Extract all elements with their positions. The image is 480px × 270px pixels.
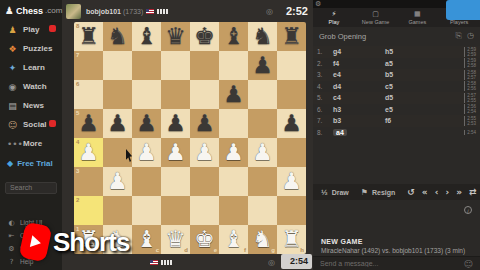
opening-name[interactable]: Grob Opening: [319, 32, 366, 41]
square-h1[interactable]: h♜: [277, 225, 306, 254]
lightning-icon: ⚡: [331, 11, 336, 18]
square-d5[interactable]: ♟: [161, 109, 190, 138]
square-g1[interactable]: g♞: [248, 225, 277, 254]
forward-icon[interactable]: ›: [445, 188, 449, 197]
move-number: 5.: [317, 94, 333, 101]
black-move[interactable]: h5: [385, 48, 437, 55]
sidebar-item-social[interactable]: ☺Social: [0, 115, 62, 134]
sidebar-footer-label: Settings: [20, 245, 44, 252]
top-player-avatar[interactable]: [66, 4, 81, 19]
tab-games[interactable]: ▦Games: [397, 8, 439, 27]
skip-end-icon[interactable]: »: [456, 188, 462, 197]
black-bishop[interactable]: ♝: [219, 22, 248, 51]
black-pawn[interactable]: ♟: [219, 80, 248, 109]
restart-icon[interactable]: ↺: [407, 188, 415, 197]
square-e4[interactable]: ♟: [190, 138, 219, 167]
square-b7[interactable]: [103, 51, 132, 80]
square-h3[interactable]: ♟: [277, 167, 306, 196]
white-pawn[interactable]: ♟: [219, 138, 248, 167]
black-move[interactable]: c5: [385, 83, 437, 90]
move-timestamps: 2:572:55: [464, 93, 476, 103]
sidebar-item-puzzles[interactable]: ❖Puzzles: [0, 39, 62, 58]
help-icon: ?: [7, 258, 16, 266]
square-a8[interactable]: 8♜: [74, 22, 103, 51]
rank-label: 4: [76, 139, 79, 145]
square-h4[interactable]: [277, 138, 306, 167]
white-move[interactable]: h3: [333, 106, 385, 113]
square-e2[interactable]: [190, 196, 219, 225]
tab-label: Play: [329, 19, 340, 25]
square-g6[interactable]: [248, 80, 277, 109]
square-f5[interactable]: [219, 109, 248, 138]
black-move[interactable]: e5: [385, 106, 437, 113]
sidebar-item-more[interactable]: •••More: [0, 134, 62, 153]
notification-badge: [49, 25, 56, 32]
move-timestamps: 2:592:58: [464, 58, 476, 68]
back-icon[interactable]: ‹: [435, 188, 439, 197]
notification-badge: [49, 120, 56, 127]
square-b6[interactable]: [103, 80, 132, 109]
square-e5[interactable]: ♟: [190, 109, 219, 138]
sidebar-item-label: Social: [23, 120, 47, 129]
bottom-player-bar: ◎ 2:54: [62, 254, 313, 270]
square-c6[interactable]: [132, 80, 161, 109]
square-c5[interactable]: ♟: [132, 109, 161, 138]
draw-button[interactable]: Draw: [332, 189, 349, 196]
openings-book-icon[interactable]: ⎘: [456, 31, 462, 41]
sidebar-item-label: Play: [23, 25, 39, 34]
tab-label: Games: [409, 19, 427, 25]
move-row: 4.d4c52:582:56: [313, 81, 480, 93]
learn-icon: ✦: [7, 63, 18, 73]
free-trial-button[interactable]: ◆ Free Trial: [0, 153, 62, 172]
black-knight[interactable]: ♞: [103, 22, 132, 51]
black-pawn[interactable]: ♟: [248, 51, 277, 80]
chess-board: 8♜♞♝♛♚♝♞♜7♟6♟5♟♟♟♟♟♟4♟♟♟♟♟♟3♟♟21a♜b♞c♝d♛…: [74, 22, 306, 254]
square-e3[interactable]: [190, 167, 219, 196]
white-pawn[interactable]: ♟: [190, 138, 219, 167]
file-label: f: [244, 247, 246, 253]
black-queen[interactable]: ♛: [161, 22, 190, 51]
top-player-clock: 2:52: [273, 5, 313, 17]
rank-label: 2: [76, 197, 79, 203]
focus-mode-icon[interactable]: ◎: [266, 7, 273, 16]
square-f4[interactable]: ♟: [219, 138, 248, 167]
square-g2[interactable]: [248, 196, 277, 225]
sidebar-footer-help[interactable]: ?Help: [0, 255, 62, 268]
file-label: h: [300, 247, 304, 253]
black-rook[interactable]: ♜: [277, 22, 306, 51]
square-e7[interactable]: [190, 51, 219, 80]
board-area: bobjob101 (1733) ◎ 2:52 8♜♞♝♛♚♝♞♜7♟6♟5♟♟…: [62, 0, 313, 270]
flip-board-icon[interactable]: ⇄: [469, 188, 477, 197]
file-label: a: [98, 247, 101, 253]
black-knight[interactable]: ♞: [248, 22, 277, 51]
white-move[interactable]: g4: [333, 48, 385, 55]
sidebar-item-watch[interactable]: ◉Watch: [0, 77, 62, 96]
sidebar: ♟ Chess .com ♟Play❖Puzzles✦Learn◉Watch▤N…: [0, 0, 62, 270]
square-c3[interactable]: [132, 167, 161, 196]
resign-flag-icon: ⚑: [361, 188, 368, 197]
rank-label: 6: [76, 81, 79, 87]
square-f6[interactable]: ♟: [219, 80, 248, 109]
file-label: d: [184, 247, 188, 253]
move-number: 7.: [317, 117, 333, 124]
square-b8[interactable]: ♞: [103, 22, 132, 51]
tab-play[interactable]: ⚡Play: [313, 8, 355, 27]
square-d8[interactable]: ♛: [161, 22, 190, 51]
square-b5[interactable]: ♟: [103, 109, 132, 138]
square-d1[interactable]: d♛: [161, 225, 190, 254]
puzzle-icon: ❖: [7, 44, 18, 54]
move-timestamps: 2:562:54: [464, 104, 476, 114]
file-label: b: [126, 247, 130, 253]
half-point-icon: ½: [321, 188, 328, 197]
light-ui-icon: ◐: [7, 219, 16, 227]
sidebar-footer-label: Help: [20, 258, 33, 265]
square-h6[interactable]: [277, 80, 306, 109]
games-icon: ▦: [414, 11, 421, 18]
top-player-name[interactable]: bobjob101: [86, 8, 121, 15]
new-game-icon: ▢: [372, 11, 379, 18]
square-g8[interactable]: ♞: [248, 22, 277, 51]
move-timestamps: 2:592:59: [464, 47, 476, 57]
square-b3[interactable]: ♟: [103, 167, 132, 196]
black-pawn[interactable]: ♟: [103, 109, 132, 138]
square-b1[interactable]: b♞: [103, 225, 132, 254]
square-d6[interactable]: [161, 80, 190, 109]
tab-label: New Game: [362, 19, 390, 25]
square-h8[interactable]: ♜: [277, 22, 306, 51]
logo-text: Chess: [16, 6, 43, 16]
white-move[interactable]: b3: [333, 117, 385, 124]
black-pawn[interactable]: ♟: [132, 109, 161, 138]
sidebar-item-label: Puzzles: [23, 44, 52, 53]
timestamps-icon[interactable]: ◷: [467, 31, 474, 41]
rank-label: 1: [76, 226, 79, 232]
white-pawn[interactable]: ♟: [248, 138, 277, 167]
sidebar-item-learn[interactable]: ✦Learn: [0, 58, 62, 77]
move-row: 8.a42:54: [313, 127, 480, 139]
black-king[interactable]: ♚: [190, 22, 219, 51]
white-move[interactable]: a4: [333, 129, 347, 136]
captured-pieces-indicator: [157, 9, 168, 14]
rank-label: 7: [76, 52, 79, 58]
black-pawn[interactable]: ♟: [277, 109, 306, 138]
rank-label: 8: [76, 23, 79, 29]
move-row: 7.b3f62:552:53: [313, 115, 480, 127]
white-pawn[interactable]: ♟: [277, 167, 306, 196]
new-game-notice: NEW GAME MiracleNahar (1492) vs. bobjob1…: [321, 238, 465, 254]
square-e6[interactable]: [190, 80, 219, 109]
us-flag-icon: [150, 260, 158, 265]
move-row: 1.g4h52:592:59: [313, 46, 480, 58]
square-f8[interactable]: ♝: [219, 22, 248, 51]
white-move[interactable]: e4: [333, 71, 385, 78]
logo-pawn-icon: ♟: [5, 5, 14, 16]
top-player-bar: bobjob101 (1733) ◎ 2:52: [62, 0, 313, 22]
white-move[interactable]: d4: [333, 83, 385, 90]
move-row: 2.f4a52:592:58: [313, 58, 480, 70]
us-flag-icon: [146, 9, 154, 14]
captured-pieces-indicator: [161, 260, 172, 265]
settings-gear-icon[interactable]: ⚙: [315, 0, 321, 8]
square-g4[interactable]: ♟: [248, 138, 277, 167]
black-bishop[interactable]: ♝: [132, 22, 161, 51]
chat-area: i NEW GAME MiracleNahar (1492) vs. bobjo…: [313, 200, 480, 256]
square-a5[interactable]: 5♟: [74, 109, 103, 138]
file-label: e: [214, 247, 217, 253]
move-number: 3.: [317, 71, 333, 78]
diamond-icon: ◆: [7, 159, 13, 168]
skip-start-icon[interactable]: «: [422, 188, 428, 197]
search-input[interactable]: [5, 182, 57, 194]
square-a3[interactable]: 3: [74, 167, 103, 196]
game-panel: ⚙ ⚡Play▢New Game▦Games♟Players Grob Open…: [313, 0, 480, 270]
move-timestamps: 2:582:56: [464, 81, 476, 91]
move-row: 5.c4d52:572:55: [313, 92, 480, 104]
focus-mode-icon[interactable]: ◎: [268, 258, 275, 267]
file-label: g: [271, 247, 275, 253]
rank-label: 5: [76, 110, 79, 116]
collapse-icon: ⇤: [7, 232, 16, 240]
square-g7[interactable]: ♟: [248, 51, 277, 80]
sidebar-item-news[interactable]: ▤News: [0, 96, 62, 115]
sidebar-footer-label: Collapse: [20, 232, 45, 239]
white-pawn[interactable]: ♟: [103, 167, 132, 196]
info-icon[interactable]: i: [464, 206, 472, 214]
watch-icon: ◉: [7, 82, 18, 92]
square-d2[interactable]: [161, 196, 190, 225]
new-game-matchup: MiracleNahar (1492) vs. bobjob101 (1733)…: [321, 247, 465, 254]
chesscom-logo[interactable]: ♟ Chess .com: [0, 0, 62, 20]
square-f2[interactable]: [219, 196, 248, 225]
square-a1[interactable]: 1a♜: [74, 225, 103, 254]
black-move[interactable]: d5: [385, 94, 437, 101]
sidebar-footer-collapse[interactable]: ⇤Collapse: [0, 229, 62, 242]
square-d3[interactable]: [161, 167, 190, 196]
move-timestamps: 2:582:57: [464, 70, 476, 80]
emoji-smiley-icon[interactable]: ☺: [464, 259, 473, 269]
square-e8[interactable]: ♚: [190, 22, 219, 51]
move-number: 1.: [317, 48, 333, 55]
square-a2[interactable]: 2: [74, 196, 103, 225]
chesscom-app: ♟ Chess .com ♟Play❖Puzzles✦Learn◉Watch▤N…: [0, 0, 480, 270]
white-pawn[interactable]: ♟: [132, 138, 161, 167]
square-b2[interactable]: [103, 196, 132, 225]
square-h7[interactable]: [277, 51, 306, 80]
more-icon: •••: [7, 139, 18, 149]
sidebar-footer-light-ui[interactable]: ◐Light UI: [0, 216, 62, 229]
opening-row: Grob Opening ⎘◷: [313, 28, 480, 44]
move-number: 2.: [317, 60, 333, 67]
square-c4[interactable]: ♟: [132, 138, 161, 167]
move-list: 1.g4h52:592:592.f4a52:592:583.e4b52:582:…: [313, 46, 480, 138]
social-icon: ☺: [7, 120, 18, 130]
move-timestamps: 2:54: [464, 130, 476, 135]
new-game-header: NEW GAME: [321, 238, 465, 245]
black-move[interactable]: b5: [385, 71, 437, 78]
top-right-cta-button[interactable]: [446, 0, 480, 20]
square-a7[interactable]: 7: [74, 51, 103, 80]
free-trial-label: Free Trial: [17, 159, 53, 168]
move-row: 6.h3e52:562:54: [313, 104, 480, 116]
square-d4[interactable]: ♟: [161, 138, 190, 167]
chat-message-input[interactable]: [320, 260, 464, 267]
white-pawn[interactable]: ♟: [161, 138, 190, 167]
move-timestamps: 2:552:53: [464, 116, 476, 126]
resign-button[interactable]: Resign: [372, 189, 395, 196]
square-f7[interactable]: [219, 51, 248, 80]
sidebar-footer-settings[interactable]: ⚙Settings: [0, 242, 62, 255]
square-c8[interactable]: ♝: [132, 22, 161, 51]
settings-icon: ⚙: [7, 245, 16, 253]
sidebar-footer-label: Light UI: [20, 219, 42, 226]
square-g3[interactable]: [248, 167, 277, 196]
tab-new-game[interactable]: ▢New Game: [355, 8, 397, 27]
news-icon: ▤: [7, 101, 18, 111]
square-d7[interactable]: [161, 51, 190, 80]
move-number: 4.: [317, 83, 333, 90]
file-label: c: [156, 247, 159, 253]
logo-suffix: .com: [45, 6, 62, 15]
black-pawn[interactable]: ♟: [161, 109, 190, 138]
sidebar-item-label: More: [23, 139, 42, 148]
move-number: 8.: [317, 129, 333, 136]
white-move[interactable]: c4: [333, 94, 385, 101]
square-e1[interactable]: e♚: [190, 225, 219, 254]
black-pawn[interactable]: ♟: [190, 109, 219, 138]
square-f3[interactable]: [219, 167, 248, 196]
square-a6[interactable]: 6: [74, 80, 103, 109]
sidebar-item-label: News: [23, 101, 44, 110]
sidebar-item-play[interactable]: ♟Play: [0, 20, 62, 39]
black-move[interactable]: f6: [385, 117, 437, 124]
sidebar-item-label: Learn: [23, 63, 45, 72]
white-move[interactable]: f4: [333, 60, 385, 67]
black-move[interactable]: a5: [385, 60, 437, 67]
square-g5[interactable]: [248, 109, 277, 138]
square-c2[interactable]: [132, 196, 161, 225]
pawn-icon: ♟: [7, 25, 18, 35]
move-row: 3.e4b52:582:57: [313, 69, 480, 81]
top-player-rating: (1733): [123, 8, 143, 15]
action-bar: ½ Draw ⚑ Resign ↺«‹›»⇄: [313, 184, 480, 200]
bottom-player-clock: 2:54: [281, 254, 312, 269]
square-c1[interactable]: c♝: [132, 225, 161, 254]
square-c7[interactable]: [132, 51, 161, 80]
square-f1[interactable]: f♝: [219, 225, 248, 254]
square-h2[interactable]: [277, 196, 306, 225]
sidebar-item-label: Watch: [23, 82, 47, 91]
square-a4[interactable]: 4♟: [74, 138, 103, 167]
rank-label: 3: [76, 168, 79, 174]
move-number: 6.: [317, 106, 333, 113]
square-h5[interactable]: ♟: [277, 109, 306, 138]
message-bar: ☺: [313, 256, 480, 270]
